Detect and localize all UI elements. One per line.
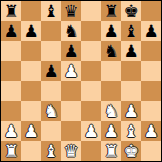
square-c4[interactable] (41, 81, 61, 101)
square-e6[interactable] (81, 41, 101, 61)
piece-black-bishop[interactable]: ♝ (43, 1, 58, 21)
square-f7[interactable]: ♟ (101, 21, 121, 41)
square-b5[interactable] (21, 61, 41, 81)
square-e2[interactable]: ♟ (81, 121, 101, 141)
square-c6[interactable] (41, 41, 61, 61)
square-d7[interactable]: ♞ (61, 21, 81, 41)
square-a6[interactable] (1, 41, 21, 61)
square-h2[interactable]: ♟ (141, 121, 161, 141)
square-e1[interactable] (81, 141, 101, 161)
square-d3[interactable] (61, 101, 81, 121)
piece-black-pawn[interactable]: ♟ (63, 41, 78, 61)
piece-white-pawn[interactable]: ♟ (3, 121, 18, 141)
square-g5[interactable] (121, 61, 141, 81)
square-f6[interactable]: ♞ (101, 41, 121, 61)
square-f3[interactable]: ♞ (101, 101, 121, 121)
square-a8[interactable]: ♜ (1, 1, 21, 21)
square-c3[interactable]: ♞ (41, 101, 61, 121)
square-e3[interactable] (81, 101, 101, 121)
square-g1[interactable]: ♚ (121, 141, 141, 161)
piece-white-queen[interactable]: ♛ (63, 141, 78, 161)
square-d6[interactable]: ♟ (61, 41, 81, 61)
square-f5[interactable] (101, 61, 121, 81)
square-e8[interactable] (81, 1, 101, 21)
square-d1[interactable]: ♛ (61, 141, 81, 161)
square-f2[interactable]: ♟ (101, 121, 121, 141)
piece-white-pawn[interactable]: ♟ (23, 121, 38, 141)
square-g2[interactable]: ♝ (121, 121, 141, 141)
piece-white-king[interactable]: ♚ (123, 141, 138, 161)
chess-board: ♜♝♛♜♚♟♟♞♟♝♟♟♞♟♟♟♞♞♟♟♟♟♟♝♟♜♝♛♜♚ (1, 1, 161, 161)
square-g4[interactable] (121, 81, 141, 101)
square-b1[interactable] (21, 141, 41, 161)
square-d2[interactable] (61, 121, 81, 141)
square-e5[interactable] (81, 61, 101, 81)
square-d8[interactable]: ♛ (61, 1, 81, 21)
square-f4[interactable] (101, 81, 121, 101)
square-c2[interactable] (41, 121, 61, 141)
piece-white-pawn[interactable]: ♟ (63, 61, 78, 81)
piece-black-pawn[interactable]: ♟ (143, 21, 158, 41)
piece-black-knight[interactable]: ♞ (103, 41, 118, 61)
piece-white-pawn[interactable]: ♟ (143, 121, 158, 141)
piece-white-bishop[interactable]: ♝ (43, 141, 58, 161)
square-f8[interactable]: ♜ (101, 1, 121, 21)
square-f1[interactable]: ♜ (101, 141, 121, 161)
square-h7[interactable]: ♟ (141, 21, 161, 41)
piece-black-king[interactable]: ♚ (123, 1, 138, 21)
square-b6[interactable] (21, 41, 41, 61)
piece-white-pawn[interactable]: ♟ (123, 101, 138, 121)
piece-white-knight[interactable]: ♞ (43, 101, 58, 121)
piece-white-rook[interactable]: ♜ (3, 141, 18, 161)
piece-white-pawn[interactable]: ♟ (83, 121, 98, 141)
piece-white-bishop[interactable]: ♝ (123, 121, 138, 141)
square-b3[interactable] (21, 101, 41, 121)
piece-black-pawn[interactable]: ♟ (123, 41, 138, 61)
square-c5[interactable]: ♟ (41, 61, 61, 81)
piece-white-knight[interactable]: ♞ (103, 101, 118, 121)
square-h5[interactable] (141, 61, 161, 81)
square-a1[interactable]: ♜ (1, 141, 21, 161)
square-h4[interactable] (141, 81, 161, 101)
square-a4[interactable] (1, 81, 21, 101)
square-c1[interactable]: ♝ (41, 141, 61, 161)
square-h1[interactable] (141, 141, 161, 161)
square-c7[interactable] (41, 21, 61, 41)
piece-black-pawn[interactable]: ♟ (3, 21, 18, 41)
square-a2[interactable]: ♟ (1, 121, 21, 141)
chess-board-frame: ♜♝♛♜♚♟♟♞♟♝♟♟♞♟♟♟♞♞♟♟♟♟♟♝♟♜♝♛♜♚ (0, 0, 162, 162)
square-b2[interactable]: ♟ (21, 121, 41, 141)
piece-black-queen[interactable]: ♛ (63, 1, 78, 21)
square-h3[interactable] (141, 101, 161, 121)
square-b8[interactable] (21, 1, 41, 21)
piece-black-pawn[interactable]: ♟ (23, 21, 38, 41)
square-c8[interactable]: ♝ (41, 1, 61, 21)
piece-white-pawn[interactable]: ♟ (103, 121, 118, 141)
square-g7[interactable]: ♝ (121, 21, 141, 41)
square-d4[interactable] (61, 81, 81, 101)
square-a5[interactable] (1, 61, 21, 81)
piece-black-knight[interactable]: ♞ (63, 21, 78, 41)
square-a7[interactable]: ♟ (1, 21, 21, 41)
square-h6[interactable] (141, 41, 161, 61)
square-e4[interactable] (81, 81, 101, 101)
piece-black-rook[interactable]: ♜ (3, 1, 18, 21)
piece-white-rook[interactable]: ♜ (103, 141, 118, 161)
square-g3[interactable]: ♟ (121, 101, 141, 121)
square-h8[interactable] (141, 1, 161, 21)
square-b7[interactable]: ♟ (21, 21, 41, 41)
square-b4[interactable] (21, 81, 41, 101)
square-a3[interactable] (1, 101, 21, 121)
piece-black-pawn[interactable]: ♟ (43, 61, 58, 81)
piece-black-rook[interactable]: ♜ (103, 1, 118, 21)
square-g8[interactable]: ♚ (121, 1, 141, 21)
square-g6[interactable]: ♟ (121, 41, 141, 61)
square-e7[interactable] (81, 21, 101, 41)
piece-black-pawn[interactable]: ♟ (103, 21, 118, 41)
square-d5[interactable]: ♟ (61, 61, 81, 81)
piece-black-bishop[interactable]: ♝ (123, 21, 138, 41)
